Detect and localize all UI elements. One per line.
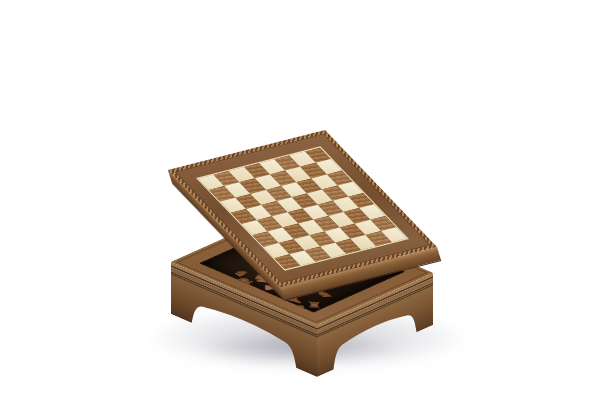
product-photo-stage: ♞♟♝♜♟♞♚♛♟♝♜♟♞♟♝♟♜♞ <box>0 0 600 400</box>
tray-piece-rook-icon: ♜ <box>306 300 323 309</box>
tray-piece-pawn-icon: ♟ <box>292 304 306 312</box>
